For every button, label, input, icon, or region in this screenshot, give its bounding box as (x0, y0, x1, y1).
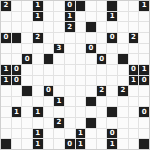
cell-r6c9[interactable] (97, 65, 107, 75)
cell-r1c9[interactable] (97, 12, 107, 22)
cell-r12c2[interactable] (22, 129, 32, 139)
cell-r2c5[interactable] (54, 22, 64, 32)
clue-cell-r7c13: 0 (139, 76, 149, 86)
cell-r10c10 (107, 107, 117, 117)
cell-r3c5[interactable] (54, 33, 64, 43)
cell-r12c8[interactable] (86, 129, 96, 139)
cell-r13c4[interactable] (44, 139, 54, 149)
clue-cell-r12c10: 0 (107, 129, 117, 139)
cell-r13c2[interactable] (22, 139, 32, 149)
clue-cell-r12c7: 1 (76, 129, 86, 139)
cell-r3c2[interactable] (22, 33, 32, 43)
cell-r4c12[interactable] (129, 44, 139, 54)
cell-r5c3[interactable] (33, 54, 43, 64)
clue-cell-r0c3: 1 (33, 1, 43, 11)
cell-r9c11[interactable] (118, 97, 128, 107)
cell-r8c0[interactable] (1, 86, 11, 96)
cell-r7c5[interactable] (54, 76, 64, 86)
cell-r2c9[interactable] (97, 22, 107, 32)
cell-r2c0[interactable] (1, 22, 11, 32)
cell-r8c1[interactable] (12, 86, 22, 96)
cell-r6c6[interactable] (65, 65, 75, 75)
cell-r12c9[interactable] (97, 129, 107, 139)
cell-r13c13 (139, 139, 149, 149)
cell-r12c6[interactable] (65, 129, 75, 139)
cell-r13c12[interactable] (129, 139, 139, 149)
cell-r10c5[interactable] (54, 107, 64, 117)
cell-r13c1[interactable] (12, 139, 22, 149)
cell-r11c13[interactable] (139, 118, 149, 128)
clue-cell-r13c3: 1 (33, 139, 43, 149)
cell-r7c11[interactable] (118, 76, 128, 86)
cell-r3c1 (12, 33, 22, 43)
clue-cell-r13c7: 1 (76, 139, 86, 149)
cell-r11c12[interactable] (129, 118, 139, 128)
cell-r0c8[interactable] (86, 1, 96, 11)
cell-r4c2[interactable] (22, 44, 32, 54)
cell-r9c13[interactable] (139, 97, 149, 107)
cell-r8c3[interactable] (33, 86, 43, 96)
cell-r2c1[interactable] (12, 22, 22, 32)
clue-cell-r13c6: 0 (65, 139, 75, 149)
clue-cell-r6c1: 0 (12, 65, 22, 75)
clue-cell-r3c10: 0 (107, 33, 117, 43)
cell-r8c5[interactable] (54, 86, 64, 96)
cell-r5c11 (118, 54, 128, 64)
cell-r5c0[interactable] (1, 54, 11, 64)
cell-r11c9[interactable] (97, 118, 107, 128)
cell-r9c3[interactable] (33, 97, 43, 107)
cell-r7c8[interactable] (86, 76, 96, 86)
cell-r4c10[interactable] (107, 44, 117, 54)
clue-cell-r9c5: 1 (54, 97, 64, 107)
cell-r7c3[interactable] (33, 76, 43, 86)
cell-r1c2[interactable] (22, 12, 32, 22)
cell-r1c11[interactable] (118, 12, 128, 22)
clue-cell-r7c1: 0 (12, 76, 22, 86)
cell-r8c8[interactable] (86, 86, 96, 96)
clue-cell-r5c9: 0 (97, 54, 107, 64)
cell-r0c12[interactable] (129, 1, 139, 11)
cell-r5c5[interactable] (54, 54, 64, 64)
cell-r4c1[interactable] (12, 44, 22, 54)
cell-r7c4[interactable] (44, 76, 54, 86)
cell-r2c13[interactable] (139, 22, 149, 32)
cell-r6c4[interactable] (44, 65, 54, 75)
clue-cell-r11c5: 2 (54, 118, 64, 128)
cell-r3c8[interactable] (86, 33, 96, 43)
cell-r6c8[interactable] (86, 65, 96, 75)
clue-cell-r7c0: 1 (1, 76, 11, 86)
cell-r11c1[interactable] (12, 118, 22, 128)
clue-cell-r1c10: 1 (107, 12, 117, 22)
clue-cell-r0c0: 2 (1, 1, 11, 11)
cell-r5c13[interactable] (139, 54, 149, 64)
cell-r1c7[interactable] (76, 12, 86, 22)
cell-r4c3[interactable] (33, 44, 43, 54)
cell-r1c4[interactable] (44, 12, 54, 22)
cell-r12c13[interactable] (139, 129, 149, 139)
clue-cell-r6c12: 0 (129, 65, 139, 75)
cell-r4c11[interactable] (118, 44, 128, 54)
cell-r11c4[interactable] (44, 118, 54, 128)
cell-r0c7 (76, 1, 86, 11)
cell-r8c6[interactable] (65, 86, 75, 96)
clue-cell-r4c8: 0 (86, 44, 96, 54)
cell-r13c8[interactable] (86, 139, 96, 149)
clue-cell-r1c3: 1 (33, 12, 43, 22)
cell-r9c7[interactable] (76, 97, 86, 107)
cell-r11c10[interactable] (107, 118, 117, 128)
cell-r13c9[interactable] (97, 139, 107, 149)
clue-cell-r0c13: 1 (139, 1, 149, 11)
clue-cell-r8c11: 2 (118, 86, 128, 96)
cell-r9c12[interactable] (129, 97, 139, 107)
clue-cell-r7c12: 1 (129, 76, 139, 86)
cell-r1c13[interactable] (139, 12, 149, 22)
cell-r6c10[interactable] (107, 65, 117, 75)
cell-r12c0[interactable] (1, 129, 11, 139)
cell-r3c7[interactable] (76, 33, 86, 43)
cell-r1c8[interactable] (86, 12, 96, 22)
cell-r9c0[interactable] (1, 97, 11, 107)
clue-cell-r10c1: 1 (12, 107, 22, 117)
cell-r4c4[interactable] (44, 44, 54, 54)
clue-cell-r0c6: 0 (65, 1, 75, 11)
cell-r8c13[interactable] (139, 86, 149, 96)
clue-cell-r12c3: 1 (33, 129, 43, 139)
cell-r9c1[interactable] (12, 97, 22, 107)
cell-r10c7[interactable] (76, 107, 86, 117)
cell-r0c4[interactable] (44, 1, 54, 11)
cell-r3c4[interactable] (44, 33, 54, 43)
cell-r12c5[interactable] (54, 129, 64, 139)
clue-cell-r6c13: 1 (139, 65, 149, 75)
cell-r8c2 (22, 86, 32, 96)
clue-cell-r10c3: 1 (33, 107, 43, 117)
cell-r9c10[interactable] (107, 97, 117, 107)
cell-r6c7[interactable] (76, 65, 86, 75)
clue-cell-r3c12: 2 (129, 33, 139, 43)
cell-r8c10[interactable] (107, 86, 117, 96)
cell-r4c0[interactable] (1, 44, 11, 54)
cell-r10c0[interactable] (1, 107, 11, 117)
cell-r11c6[interactable] (65, 118, 75, 128)
cell-r9c9[interactable] (97, 97, 107, 107)
cell-r0c5[interactable] (54, 1, 64, 11)
clue-cell-r3c3: 2 (33, 33, 43, 43)
cell-r6c3[interactable] (33, 65, 43, 75)
cell-r2c10[interactable] (107, 22, 117, 32)
cell-r2c7[interactable] (76, 22, 86, 32)
cell-r1c0[interactable] (1, 12, 11, 22)
clue-cell-r2c6: 2 (65, 22, 75, 32)
cell-r7c9[interactable] (97, 76, 107, 86)
cell-r2c8 (86, 22, 96, 32)
cell-r11c11[interactable] (118, 118, 128, 128)
cell-r5c6[interactable] (65, 54, 75, 64)
cell-r9c2[interactable] (22, 97, 32, 107)
cell-r2c3[interactable] (33, 22, 43, 32)
cell-r10c12[interactable] (129, 107, 139, 117)
cell-r3c13[interactable] (139, 33, 149, 43)
cell-r0c2[interactable] (22, 1, 32, 11)
cell-r0c1[interactable] (12, 1, 22, 11)
cell-r2c4[interactable] (44, 22, 54, 32)
cell-r10c6[interactable] (65, 107, 75, 117)
cell-r1c12[interactable] (129, 12, 139, 22)
cell-r5c7[interactable] (76, 54, 86, 64)
cell-r11c0[interactable] (1, 118, 11, 128)
cell-r6c11[interactable] (118, 65, 128, 75)
cell-r10c9[interactable] (97, 107, 107, 117)
clue-cell-r8c9: 2 (97, 86, 107, 96)
cell-r5c4 (44, 54, 54, 64)
cell-r8c7[interactable] (76, 86, 86, 96)
akari-board: 210111120202300010011010022111021101011 (0, 0, 150, 150)
cell-r7c2[interactable] (22, 76, 32, 86)
cell-r6c2[interactable] (22, 65, 32, 75)
cell-r5c8[interactable] (86, 54, 96, 64)
cell-r7c7[interactable] (76, 76, 86, 86)
cell-r7c6[interactable] (65, 76, 75, 86)
cell-r10c2[interactable] (22, 107, 32, 117)
cell-r6c5[interactable] (54, 65, 64, 75)
cell-r11c3[interactable] (33, 118, 43, 128)
cell-r4c7[interactable] (76, 44, 86, 54)
cell-r8c12[interactable] (129, 86, 139, 96)
cell-r5c1[interactable] (12, 54, 22, 64)
cell-r7c10[interactable] (107, 76, 117, 86)
cell-r10c8[interactable] (86, 107, 96, 117)
cell-r4c9[interactable] (97, 44, 107, 54)
cell-r9c4[interactable] (44, 97, 54, 107)
cell-r1c5[interactable] (54, 12, 64, 22)
cell-r11c7[interactable] (76, 118, 86, 128)
clue-cell-r6c0: 1 (1, 65, 11, 75)
cell-r3c9[interactable] (97, 33, 107, 43)
cell-r3c6[interactable] (65, 33, 75, 43)
cell-r0c9[interactable] (97, 1, 107, 11)
clue-cell-r4c5: 3 (54, 44, 64, 54)
cell-r10c11[interactable] (118, 107, 128, 117)
cell-r4c6[interactable] (65, 44, 75, 54)
cell-r13c11[interactable] (118, 139, 128, 149)
cell-r9c6[interactable] (65, 97, 75, 107)
cell-r0c11[interactable] (118, 1, 128, 11)
cell-r12c12[interactable] (129, 129, 139, 139)
clue-cell-r5c2: 0 (22, 54, 32, 64)
clue-cell-r3c0: 0 (1, 33, 11, 43)
cell-r4c13[interactable] (139, 44, 149, 54)
cell-r12c4[interactable] (44, 129, 54, 139)
clue-cell-r8c4: 0 (44, 86, 54, 96)
cell-r2c11[interactable] (118, 22, 128, 32)
cell-r0c10 (107, 1, 117, 11)
cell-r10c4[interactable] (44, 107, 54, 117)
cell-r3c11[interactable] (118, 33, 128, 43)
cell-r2c2[interactable] (22, 22, 32, 32)
cell-r9c8 (86, 97, 96, 107)
cell-r13c0 (1, 139, 11, 149)
cell-r11c2[interactable] (22, 118, 32, 128)
clue-cell-r1c6: 1 (65, 12, 75, 22)
clue-cell-r10c13: 0 (139, 107, 149, 117)
cell-r5c10[interactable] (107, 54, 117, 64)
cell-r13c5[interactable] (54, 139, 64, 149)
cell-r12c11[interactable] (118, 129, 128, 139)
clue-cell-r13c10: 1 (107, 139, 117, 149)
cell-r11c8 (86, 118, 96, 128)
cell-r1c1[interactable] (12, 12, 22, 22)
cell-r5c12[interactable] (129, 54, 139, 64)
cell-r12c1[interactable] (12, 129, 22, 139)
cell-r2c12[interactable] (129, 22, 139, 32)
